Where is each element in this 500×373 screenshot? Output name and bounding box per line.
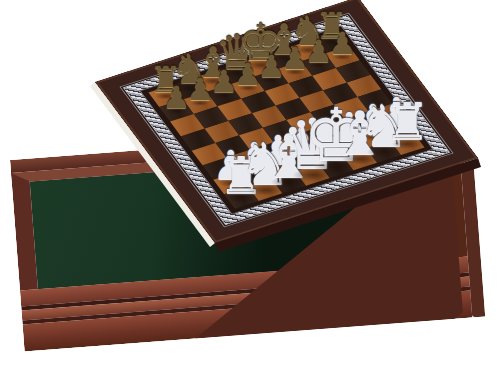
chess-set-scene: ♜♞♝♛♚♝♞♜♟♟♟♟♟♟♟♟♟♟♟♟♟♟♟♟♜♞♝♛♚♝♞♜ <box>0 0 500 373</box>
pawn-glyph: ♟ <box>328 28 356 59</box>
rook-glyph: ♜ <box>384 96 430 147</box>
